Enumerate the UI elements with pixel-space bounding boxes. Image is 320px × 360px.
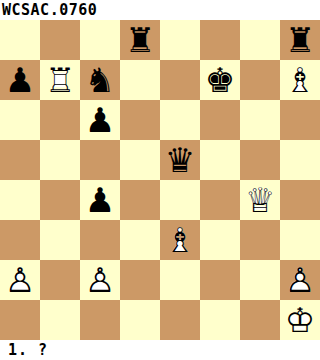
- square-h1[interactable]: ♚♔: [280, 300, 320, 340]
- square-a8[interactable]: [0, 20, 40, 60]
- square-a3[interactable]: [0, 220, 40, 260]
- square-h5[interactable]: [280, 140, 320, 180]
- square-e7[interactable]: [160, 60, 200, 100]
- piece-glyph: ♟: [5, 60, 35, 100]
- square-c3[interactable]: [80, 220, 120, 260]
- square-g6[interactable]: [240, 100, 280, 140]
- piece-glyph: ♜: [125, 20, 155, 60]
- square-e5[interactable]: ♛: [160, 140, 200, 180]
- piece-glyph: ♛: [165, 140, 195, 180]
- piece-white-pawn[interactable]: ♟♙: [80, 260, 120, 300]
- square-f8[interactable]: [200, 20, 240, 60]
- piece-glyph: ♖: [45, 60, 75, 100]
- square-h8[interactable]: ♜: [280, 20, 320, 60]
- piece-glyph: ♔: [285, 300, 315, 340]
- square-b2[interactable]: [40, 260, 80, 300]
- square-d5[interactable]: [120, 140, 160, 180]
- square-b6[interactable]: [40, 100, 80, 140]
- piece-black-rook[interactable]: ♜: [120, 20, 160, 60]
- square-a6[interactable]: [0, 100, 40, 140]
- square-d2[interactable]: [120, 260, 160, 300]
- square-c4[interactable]: ♟: [80, 180, 120, 220]
- square-e8[interactable]: [160, 20, 200, 60]
- square-g3[interactable]: [240, 220, 280, 260]
- piece-glyph: ♕: [245, 180, 275, 220]
- piece-white-rook[interactable]: ♜♖: [40, 60, 80, 100]
- square-b4[interactable]: [40, 180, 80, 220]
- piece-black-pawn[interactable]: ♟: [0, 60, 40, 100]
- square-g7[interactable]: [240, 60, 280, 100]
- square-b3[interactable]: [40, 220, 80, 260]
- square-h4[interactable]: [280, 180, 320, 220]
- piece-black-pawn[interactable]: ♟: [80, 180, 120, 220]
- square-e2[interactable]: [160, 260, 200, 300]
- square-c8[interactable]: [80, 20, 120, 60]
- piece-glyph: ♗: [285, 60, 315, 100]
- square-f2[interactable]: [200, 260, 240, 300]
- piece-white-pawn[interactable]: ♟♙: [280, 260, 320, 300]
- square-d6[interactable]: [120, 100, 160, 140]
- square-f3[interactable]: [200, 220, 240, 260]
- piece-glyph: ♗: [165, 220, 195, 260]
- square-h7[interactable]: ♝♗: [280, 60, 320, 100]
- square-b8[interactable]: [40, 20, 80, 60]
- square-e4[interactable]: [160, 180, 200, 220]
- square-a1[interactable]: [0, 300, 40, 340]
- square-f4[interactable]: [200, 180, 240, 220]
- square-c7[interactable]: ♞: [80, 60, 120, 100]
- chess-board: ♜♜♟♜♖♞♚♝♗♟♛♟♛♕♝♗♟♙♟♙♟♙♚♔: [0, 20, 320, 340]
- square-g8[interactable]: [240, 20, 280, 60]
- piece-black-queen[interactable]: ♛: [160, 140, 200, 180]
- square-f7[interactable]: ♚: [200, 60, 240, 100]
- square-b1[interactable]: [40, 300, 80, 340]
- square-g4[interactable]: ♛♕: [240, 180, 280, 220]
- square-b7[interactable]: ♜♖: [40, 60, 80, 100]
- square-f6[interactable]: [200, 100, 240, 140]
- piece-white-bishop[interactable]: ♝♗: [280, 60, 320, 100]
- square-c5[interactable]: [80, 140, 120, 180]
- square-e1[interactable]: [160, 300, 200, 340]
- square-h6[interactable]: [280, 100, 320, 140]
- piece-black-knight[interactable]: ♞: [80, 60, 120, 100]
- piece-black-rook[interactable]: ♜: [280, 20, 320, 60]
- square-g1[interactable]: [240, 300, 280, 340]
- piece-glyph: ♙: [285, 260, 315, 300]
- square-e3[interactable]: ♝♗: [160, 220, 200, 260]
- square-e6[interactable]: [160, 100, 200, 140]
- square-c2[interactable]: ♟♙: [80, 260, 120, 300]
- piece-black-king[interactable]: ♚: [200, 60, 240, 100]
- puzzle-title: WCSAC.0760: [0, 0, 320, 20]
- piece-black-pawn[interactable]: ♟: [80, 100, 120, 140]
- piece-glyph: ♜: [285, 20, 315, 60]
- piece-white-queen[interactable]: ♛♕: [240, 180, 280, 220]
- square-f5[interactable]: [200, 140, 240, 180]
- square-g2[interactable]: [240, 260, 280, 300]
- square-f1[interactable]: [200, 300, 240, 340]
- square-d8[interactable]: ♜: [120, 20, 160, 60]
- piece-white-king[interactable]: ♚♔: [280, 300, 320, 340]
- square-d4[interactable]: [120, 180, 160, 220]
- square-c1[interactable]: [80, 300, 120, 340]
- square-a7[interactable]: ♟: [0, 60, 40, 100]
- piece-glyph: ♞: [85, 60, 115, 100]
- piece-glyph: ♙: [5, 260, 35, 300]
- square-h3[interactable]: [280, 220, 320, 260]
- square-d1[interactable]: [120, 300, 160, 340]
- square-a4[interactable]: [0, 180, 40, 220]
- square-d7[interactable]: [120, 60, 160, 100]
- square-h2[interactable]: ♟♙: [280, 260, 320, 300]
- move-prompt: 1. ?: [0, 340, 320, 360]
- piece-white-bishop[interactable]: ♝♗: [160, 220, 200, 260]
- square-g5[interactable]: [240, 140, 280, 180]
- piece-glyph: ♟: [85, 180, 115, 220]
- piece-white-pawn[interactable]: ♟♙: [0, 260, 40, 300]
- square-a5[interactable]: [0, 140, 40, 180]
- square-d3[interactable]: [120, 220, 160, 260]
- piece-glyph: ♚: [205, 60, 235, 100]
- square-c6[interactable]: ♟: [80, 100, 120, 140]
- square-b5[interactable]: [40, 140, 80, 180]
- piece-glyph: ♙: [85, 260, 115, 300]
- square-a2[interactable]: ♟♙: [0, 260, 40, 300]
- piece-glyph: ♟: [85, 100, 115, 140]
